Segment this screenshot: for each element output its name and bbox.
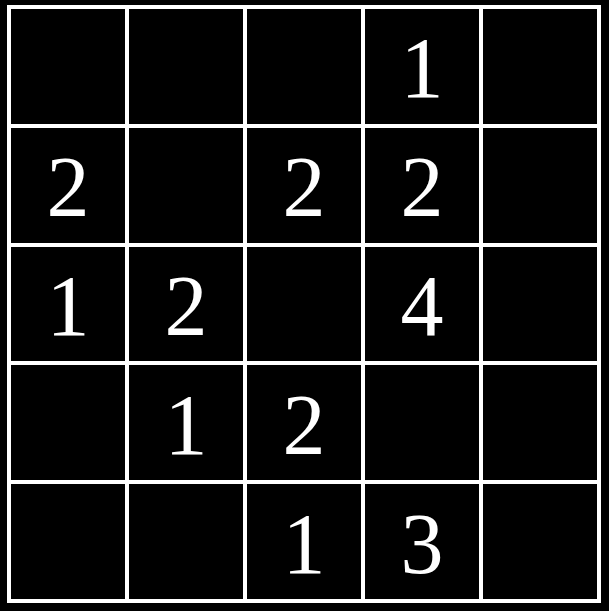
cell-r1c2[interactable]: 2: [247, 128, 361, 243]
cell-r0c0[interactable]: [11, 9, 125, 124]
cell-r1c1[interactable]: [129, 128, 243, 243]
cell-r2c3[interactable]: 4: [365, 247, 479, 362]
cell-r2c4[interactable]: [483, 247, 597, 362]
cell-r2c2[interactable]: [247, 247, 361, 362]
cell-r4c0[interactable]: [11, 484, 125, 599]
cell-r4c3[interactable]: 3: [365, 484, 479, 599]
cell-r0c2[interactable]: [247, 9, 361, 124]
cell-r1c4[interactable]: [483, 128, 597, 243]
cell-r3c1[interactable]: 1: [129, 365, 243, 480]
cell-r3c2[interactable]: 2: [247, 365, 361, 480]
cell-r1c3[interactable]: 2: [365, 128, 479, 243]
cell-r0c4[interactable]: [483, 9, 597, 124]
puzzle-board: 1 2 2 2 1 2 4 1 2 1 3: [7, 5, 601, 603]
cell-r3c4[interactable]: [483, 365, 597, 480]
cell-r4c2[interactable]: 1: [247, 484, 361, 599]
cell-r4c1[interactable]: [129, 484, 243, 599]
cell-r0c3[interactable]: 1: [365, 9, 479, 124]
cell-r4c4[interactable]: [483, 484, 597, 599]
cell-r3c3[interactable]: [365, 365, 479, 480]
cell-r1c0[interactable]: 2: [11, 128, 125, 243]
cell-r2c1[interactable]: 2: [129, 247, 243, 362]
cell-r3c0[interactable]: [11, 365, 125, 480]
cell-r2c0[interactable]: 1: [11, 247, 125, 362]
cell-r0c1[interactable]: [129, 9, 243, 124]
